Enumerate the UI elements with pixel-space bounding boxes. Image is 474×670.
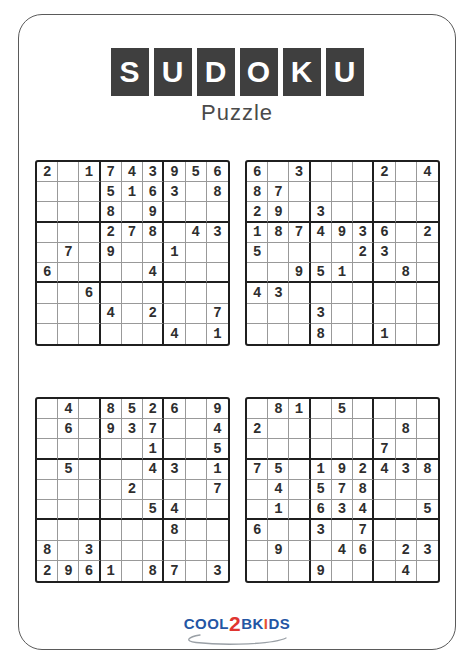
sudoku-cell-r1c4: [311, 162, 332, 182]
sudoku-cell-r8c2: [268, 304, 289, 324]
sudoku-cell-r6c5: 1: [332, 263, 353, 283]
sudoku-cell-r8c7: [374, 541, 395, 561]
sudoku-cell-r5c8: [186, 243, 207, 263]
sudoku-cell-r8c2: 9: [268, 541, 289, 561]
sudoku-cell-r4c8: 3: [396, 460, 417, 480]
sudoku-cell-r2c1: 2: [247, 419, 268, 439]
sudoku-cell-r6c3: [79, 500, 100, 520]
sudoku-cell-r3c7: [164, 439, 185, 459]
sudoku-cell-r5c8: [186, 480, 207, 500]
sudoku-cell-r9c2: [268, 324, 289, 344]
sudoku-cell-r2c6: [353, 182, 374, 202]
sudoku-cell-r1c3: [79, 399, 100, 419]
sudoku-cell-r9c3: 6: [79, 561, 100, 581]
sudoku-cell-r7c2: [58, 283, 79, 303]
sudoku-cell-r9c6: 8: [143, 561, 164, 581]
sudoku-cell-r1c8: 5: [186, 162, 207, 182]
sudoku-cell-r6c3: 9: [289, 263, 310, 283]
title-letter-tile: U: [326, 48, 364, 96]
sudoku-cell-r7c3: 6: [79, 283, 100, 303]
sudoku-cell-r6c4: [101, 263, 122, 283]
sudoku-cell-r1c7: 6: [164, 399, 185, 419]
sudoku-cell-r4c8: [186, 460, 207, 480]
sudoku-cell-r9c9: 3: [207, 561, 228, 581]
sudoku-cell-r5c8: [396, 480, 417, 500]
sudoku-cell-r2c3: [79, 182, 100, 202]
sudoku-cell-r6c2: [58, 500, 79, 520]
sudoku-cell-r4c9: 3: [207, 223, 228, 243]
sudoku-cell-r4c4: 4: [311, 223, 332, 243]
sudoku-cell-r5c7: [374, 480, 395, 500]
sudoku-cell-r6c9: [207, 263, 228, 283]
sudoku-cell-r9c5: [332, 324, 353, 344]
sudoku-cell-r2c9: [417, 182, 438, 202]
sudoku-cell-r7c1: [37, 520, 58, 540]
sudoku-cell-r9c6: [353, 324, 374, 344]
sudoku-cell-r6c2: [58, 263, 79, 283]
sudoku-cell-r1c7: 9: [164, 162, 185, 182]
sudoku-cell-r1c5: 5: [332, 399, 353, 419]
sudoku-cell-r1c1: [247, 399, 268, 419]
sudoku-cell-r4c7: 4: [374, 460, 395, 480]
sudoku-cell-r5c5: [332, 243, 353, 263]
sudoku-cell-r1c3: 1: [79, 162, 100, 182]
sudoku-cell-r8c7: [164, 541, 185, 561]
sudoku-cell-r5c5: 7: [332, 480, 353, 500]
sudoku-cell-r2c6: 7: [143, 419, 164, 439]
sudoku-cell-r2c4: 9: [101, 419, 122, 439]
sudoku-cell-r4c1: 1: [247, 223, 268, 243]
sudoku-cell-r4c2: 5: [268, 460, 289, 480]
sudoku-cell-r3c7: [374, 202, 395, 222]
sudoku-cell-r6c1: [37, 500, 58, 520]
sudoku-cell-r8c9: 7: [207, 304, 228, 324]
sudoku-cell-r3c6: [353, 202, 374, 222]
sudoku-cell-r2c8: [186, 182, 207, 202]
sudoku-cell-r2c5: 3: [122, 419, 143, 439]
sudoku-cell-r1c7: 2: [374, 162, 395, 182]
sudoku-cell-r1c7: [374, 399, 395, 419]
sudoku-cell-r5c4: [311, 243, 332, 263]
sudoku-cell-r3c4: 3: [311, 202, 332, 222]
sudoku-cell-r3c1: [247, 439, 268, 459]
logo-text-cool: COOL: [184, 615, 229, 632]
sudoku-cell-r3c6: 1: [143, 439, 164, 459]
sudoku-cell-r9c1: [247, 561, 268, 581]
sudoku-cell-r3c3: [79, 202, 100, 222]
sudoku-cell-r2c6: 6: [143, 182, 164, 202]
sudoku-cell-r4c5: 9: [332, 223, 353, 243]
sudoku-cell-r4c1: [37, 460, 58, 480]
sudoku-cell-r8c4: [311, 541, 332, 561]
sudoku-cell-r1c3: 3: [289, 162, 310, 182]
logo-text-ds: DS: [269, 615, 291, 632]
sudoku-cell-r3c2: [58, 439, 79, 459]
sudoku-cell-r8c1: 8: [37, 541, 58, 561]
sudoku-cell-r9c3: [79, 324, 100, 344]
sudoku-cell-r9c3: [289, 561, 310, 581]
sudoku-cell-r7c5: [332, 283, 353, 303]
sudoku-cell-r7c8: [186, 283, 207, 303]
sudoku-cell-r9c7: [374, 561, 395, 581]
sudoku-cell-r4c1: [37, 223, 58, 243]
sudoku-cell-r2c2: [58, 182, 79, 202]
sudoku-cell-r4c8: [396, 223, 417, 243]
sudoku-cell-r8c1: [247, 304, 268, 324]
sudoku-cell-r6c9: [417, 263, 438, 283]
sudoku-cell-r8c3: [79, 304, 100, 324]
sudoku-cell-r9c9: [417, 561, 438, 581]
sudoku-cell-r2c2: 6: [58, 419, 79, 439]
sudoku-cell-r4c6: 2: [353, 460, 374, 480]
sudoku-cell-r2c4: 5: [101, 182, 122, 202]
sudoku-cell-r8c4: [101, 541, 122, 561]
sudoku-cell-r5c2: [268, 243, 289, 263]
sudoku-cell-r7c4: [101, 520, 122, 540]
sudoku-cell-r6c8: 8: [396, 263, 417, 283]
sudoku-cell-r8c2: [58, 304, 79, 324]
sudoku-cell-r6c8: [396, 500, 417, 520]
sudoku-cell-r5c6: [143, 480, 164, 500]
sudoku-cell-r4c8: 4: [186, 223, 207, 243]
sudoku-cell-r8c8: 2: [396, 541, 417, 561]
sudoku-cell-r6c5: [122, 500, 143, 520]
sudoku-cell-r8c1: [37, 304, 58, 324]
sudoku-cell-r5c2: [58, 480, 79, 500]
sudoku-cell-r4c7: [164, 223, 185, 243]
sudoku-cell-r7c4: [311, 283, 332, 303]
sudoku-cell-r7c1: [37, 283, 58, 303]
sudoku-cell-r3c4: [101, 439, 122, 459]
sudoku-cell-r2c9: [417, 419, 438, 439]
sudoku-cell-r8c4: 4: [101, 304, 122, 324]
sudoku-cell-r2c6: [353, 419, 374, 439]
sudoku-cell-r2c4: [311, 419, 332, 439]
sudoku-cell-r5c1: 5: [247, 243, 268, 263]
sudoku-cell-r4c7: 3: [164, 460, 185, 480]
sudoku-cell-r9c8: [186, 561, 207, 581]
sudoku-cell-r5c6: 2: [353, 243, 374, 263]
sudoku-cell-r1c6: 2: [143, 399, 164, 419]
sudoku-cell-r8c8: [186, 304, 207, 324]
sudoku-cell-r4c1: 7: [247, 460, 268, 480]
sudoku-cell-r8c7: [374, 304, 395, 324]
sudoku-cell-r5c5: 2: [122, 480, 143, 500]
sudoku-cell-r7c4: [101, 283, 122, 303]
sudoku-cell-r5c9: [207, 243, 228, 263]
sudoku-cell-r7c9: [417, 283, 438, 303]
sudoku-cell-r9c2: 9: [58, 561, 79, 581]
sudoku-cell-r5c3: [79, 480, 100, 500]
sudoku-cell-r6c9: 5: [417, 500, 438, 520]
sudoku-cell-r4c6: 4: [143, 460, 164, 480]
sudoku-cell-r3c1: [37, 202, 58, 222]
sudoku-cell-r3c8: [396, 202, 417, 222]
sudoku-cell-r3c5: [332, 202, 353, 222]
sudoku-cell-r5c1: [247, 480, 268, 500]
sudoku-cell-r5c3: [289, 480, 310, 500]
sudoku-cell-r6c6: 4: [143, 263, 164, 283]
sudoku-cell-r6c1: [247, 500, 268, 520]
sudoku-cell-r5c3: [79, 243, 100, 263]
sudoku-cell-r5c7: 1: [164, 243, 185, 263]
page-subtitle: Puzzle: [0, 100, 474, 126]
sudoku-cell-r3c2: [268, 439, 289, 459]
sudoku-cell-r8c8: [396, 304, 417, 324]
sudoku-cell-r9c4: 8: [311, 324, 332, 344]
sudoku-cell-r3c4: 8: [101, 202, 122, 222]
sudoku-cell-r5c5: [122, 243, 143, 263]
sudoku-cell-r4c3: [79, 460, 100, 480]
sudoku-cell-r7c9: [207, 520, 228, 540]
sudoku-cell-r7c2: [58, 520, 79, 540]
sudoku-cell-r7c6: [143, 283, 164, 303]
sudoku-cell-r7c1: 4: [247, 283, 268, 303]
sudoku-cell-r1c4: [311, 399, 332, 419]
sudoku-cell-r1c8: [186, 399, 207, 419]
sudoku-cell-r7c3: [289, 283, 310, 303]
sudoku-cell-r7c5: [122, 283, 143, 303]
title-letter-tile: S: [111, 48, 149, 96]
sudoku-cell-r4c6: 3: [353, 223, 374, 243]
sudoku-cell-r3c1: 2: [247, 202, 268, 222]
sudoku-cell-r7c9: [207, 283, 228, 303]
sudoku-cell-r8c4: 3: [311, 304, 332, 324]
sudoku-cell-r3c8: [396, 439, 417, 459]
title-letter-tile: U: [154, 48, 192, 96]
sudoku-cell-r7c6: 7: [353, 520, 374, 540]
sudoku-cell-r3c9: 5: [207, 439, 228, 459]
sudoku-cell-r2c1: [37, 182, 58, 202]
sudoku-cell-r2c8: [186, 419, 207, 439]
sudoku-cell-r2c5: [332, 182, 353, 202]
sudoku-cell-r4c9: 8: [417, 460, 438, 480]
sudoku-cell-r5c2: 7: [58, 243, 79, 263]
sudoku-cell-r3c5: [122, 202, 143, 222]
sudoku-cell-r3c6: [353, 439, 374, 459]
sudoku-cell-r6c2: [268, 263, 289, 283]
sudoku-cell-r2c2: [268, 419, 289, 439]
sudoku-cell-r4c9: 2: [417, 223, 438, 243]
sudoku-cell-r6c3: [289, 500, 310, 520]
sudoku-cell-r5c1: [37, 480, 58, 500]
sudoku-cell-r8c3: [289, 304, 310, 324]
sudoku-cell-r3c9: [417, 439, 438, 459]
sudoku-cell-r6c9: [207, 500, 228, 520]
sudoku-cell-r3c7: 7: [374, 439, 395, 459]
sudoku-cell-r7c7: [374, 520, 395, 540]
sudoku-cell-r1c9: 9: [207, 399, 228, 419]
sudoku-cell-r7c6: [353, 283, 374, 303]
sudoku-cell-r9c4: 9: [311, 561, 332, 581]
sudoku-cell-r1c8: [396, 399, 417, 419]
sudoku-cell-r5c6: 8: [353, 480, 374, 500]
sudoku-cell-r4c3: 7: [289, 223, 310, 243]
sudoku-cell-r6c7: [374, 263, 395, 283]
sudoku-cell-r9c8: [396, 324, 417, 344]
sudoku-cell-r6c4: [101, 500, 122, 520]
sudoku-cell-r4c6: 8: [143, 223, 164, 243]
sudoku-grid-bottom-left: 4852696937415543127548832961873: [35, 397, 230, 583]
sudoku-cell-r1c1: [37, 399, 58, 419]
sudoku-cell-r2c1: 8: [247, 182, 268, 202]
sudoku-cell-r1c5: 5: [122, 399, 143, 419]
sudoku-cell-r2c8: [396, 182, 417, 202]
sudoku-cell-r6c5: [122, 263, 143, 283]
sudoku-cell-r6c6: 5: [143, 500, 164, 520]
sudoku-cell-r6c7: 4: [164, 500, 185, 520]
sudoku-cell-r6c6: 4: [353, 500, 374, 520]
sudoku-cell-r2c9: 8: [207, 182, 228, 202]
sudoku-cell-r9c5: [332, 561, 353, 581]
sudoku-cell-r5c9: [417, 243, 438, 263]
sudoku-cell-r7c2: 3: [268, 283, 289, 303]
sudoku-cell-r2c1: [37, 419, 58, 439]
sudoku-cell-r5c8: [396, 243, 417, 263]
sudoku-cell-r2c7: [164, 419, 185, 439]
sudoku-grid-top-left: 2174395651638892784379164642741: [35, 160, 230, 346]
sudoku-cell-r3c2: 9: [268, 202, 289, 222]
sudoku-cell-r9c6: [353, 561, 374, 581]
sudoku-cell-r9c3: [289, 324, 310, 344]
sudoku-cell-r8c3: [289, 541, 310, 561]
sudoku-cell-r6c7: [374, 500, 395, 520]
sudoku-cell-r8c5: [332, 304, 353, 324]
sudoku-cell-r7c5: [122, 520, 143, 540]
sudoku-cell-r7c2: [268, 520, 289, 540]
sudoku-cell-r1c5: 4: [122, 162, 143, 182]
sudoku-cell-r8c9: 3: [417, 541, 438, 561]
sudoku-cell-r8c9: [417, 304, 438, 324]
sudoku-cell-r4c2: 8: [268, 223, 289, 243]
sudoku-cell-r1c2: [268, 162, 289, 182]
sudoku-cell-r2c9: 4: [207, 419, 228, 439]
sudoku-cell-r1c9: 6: [207, 162, 228, 182]
sudoku-cell-r2c3: [79, 419, 100, 439]
sudoku-cell-r9c4: 1: [101, 561, 122, 581]
sudoku-cell-r7c7: [374, 283, 395, 303]
sudoku-cell-r8c5: [122, 541, 143, 561]
sudoku-cell-r4c2: [58, 223, 79, 243]
sudoku-cell-r9c5: [122, 561, 143, 581]
sudoku-cell-r9c1: [247, 324, 268, 344]
sudoku-cell-r3c5: [122, 439, 143, 459]
sudoku-cell-r6c7: [164, 263, 185, 283]
sudoku-cell-r7c6: [143, 520, 164, 540]
sudoku-cell-r2c7: 3: [164, 182, 185, 202]
sudoku-cell-r1c1: 6: [247, 162, 268, 182]
sudoku-cell-r3c8: [186, 439, 207, 459]
sudoku-cell-r8c8: [186, 541, 207, 561]
sudoku-cell-r5c1: [37, 243, 58, 263]
sudoku-cell-r4c5: 7: [122, 223, 143, 243]
sudoku-cell-r5c4: 5: [311, 480, 332, 500]
sudoku-cell-r6c8: [186, 500, 207, 520]
sudoku-cell-r1c8: [396, 162, 417, 182]
sudoku-cell-r7c3: [79, 520, 100, 540]
sudoku-cell-r9c6: [143, 324, 164, 344]
sudoku-cell-r1c2: 4: [58, 399, 79, 419]
sudoku-cell-r7c7: [164, 283, 185, 303]
sudoku-cell-r8c5: [122, 304, 143, 324]
sudoku-cell-r9c5: [122, 324, 143, 344]
sudoku-cell-r1c3: 1: [289, 399, 310, 419]
sudoku-cell-r6c5: 3: [332, 500, 353, 520]
sudoku-cell-r2c2: 7: [268, 182, 289, 202]
sudoku-cell-r4c4: 1: [311, 460, 332, 480]
sudoku-cell-r5c4: [101, 480, 122, 500]
cool2bkids-logo: COOL2BKIDS: [0, 612, 474, 645]
sudoku-cell-r5c9: 7: [207, 480, 228, 500]
sudoku-cell-r9c9: 1: [207, 324, 228, 344]
sudoku-cell-r6c3: [79, 263, 100, 283]
sudoku-cell-r3c6: 9: [143, 202, 164, 222]
sudoku-cell-r1c5: [332, 162, 353, 182]
sudoku-cell-r8c1: [247, 541, 268, 561]
sudoku-cell-r5c6: [143, 243, 164, 263]
sudoku-cell-r1c9: 4: [417, 162, 438, 182]
sudoku-cell-r8c5: 4: [332, 541, 353, 561]
sudoku-cell-r3c2: [58, 202, 79, 222]
page-title: S U D O K U: [0, 48, 474, 96]
sudoku-cell-r1c6: 3: [143, 162, 164, 182]
sudoku-cell-r2c7: [374, 419, 395, 439]
sudoku-cell-r6c2: 1: [268, 500, 289, 520]
sudoku-cell-r4c3: [79, 223, 100, 243]
sudoku-cell-r6c8: [186, 263, 207, 283]
sudoku-cell-r1c2: [58, 162, 79, 182]
sudoku-cell-r8c2: [58, 541, 79, 561]
sudoku-cell-r9c7: 1: [374, 324, 395, 344]
sudoku-cell-r9c8: 4: [396, 561, 417, 581]
sudoku-cell-r4c4: 2: [101, 223, 122, 243]
sudoku-cell-r2c3: [289, 182, 310, 202]
sudoku-cell-r1c4: 7: [101, 162, 122, 182]
sudoku-cell-r9c1: [37, 324, 58, 344]
sudoku-cell-r3c7: [164, 202, 185, 222]
sudoku-cell-r8c9: [207, 541, 228, 561]
sudoku-cell-r3c1: [37, 439, 58, 459]
sudoku-cell-r3c9: [207, 202, 228, 222]
sudoku-cell-r4c5: 9: [332, 460, 353, 480]
sudoku-cell-r7c1: 6: [247, 520, 268, 540]
sudoku-cell-r4c4: [101, 460, 122, 480]
logo-text-2: 2: [229, 612, 241, 635]
sudoku-cell-r9c9: [417, 324, 438, 344]
sudoku-grid-top-right: 63248729318749362523951843381: [245, 160, 440, 346]
sudoku-cell-r7c3: [289, 520, 310, 540]
printable-sudoku-page: S U D O K U Puzzle 217439565163889278437…: [0, 0, 474, 670]
sudoku-cell-r3c3: [289, 439, 310, 459]
sudoku-cell-r2c8: 8: [396, 419, 417, 439]
title-letter-tile: D: [197, 48, 235, 96]
sudoku-cell-r4c5: [122, 460, 143, 480]
sudoku-cell-r3c3: [289, 202, 310, 222]
sudoku-cell-r7c5: [332, 520, 353, 540]
sudoku-cell-r3c5: [332, 439, 353, 459]
sudoku-cell-r3c3: [79, 439, 100, 459]
sudoku-cell-r7c4: 3: [311, 520, 332, 540]
sudoku-cell-r1c4: 8: [101, 399, 122, 419]
sudoku-cell-r2c4: [311, 182, 332, 202]
sudoku-grid-bottom-right: 815287751924384578163456379462394: [245, 397, 440, 583]
sudoku-cell-r5c2: 4: [268, 480, 289, 500]
sudoku-cell-r5c4: 9: [101, 243, 122, 263]
sudoku-cell-r8c6: [353, 304, 374, 324]
sudoku-cell-r2c3: [289, 419, 310, 439]
sudoku-cell-r8c6: [143, 541, 164, 561]
sudoku-cell-r7c9: [417, 520, 438, 540]
